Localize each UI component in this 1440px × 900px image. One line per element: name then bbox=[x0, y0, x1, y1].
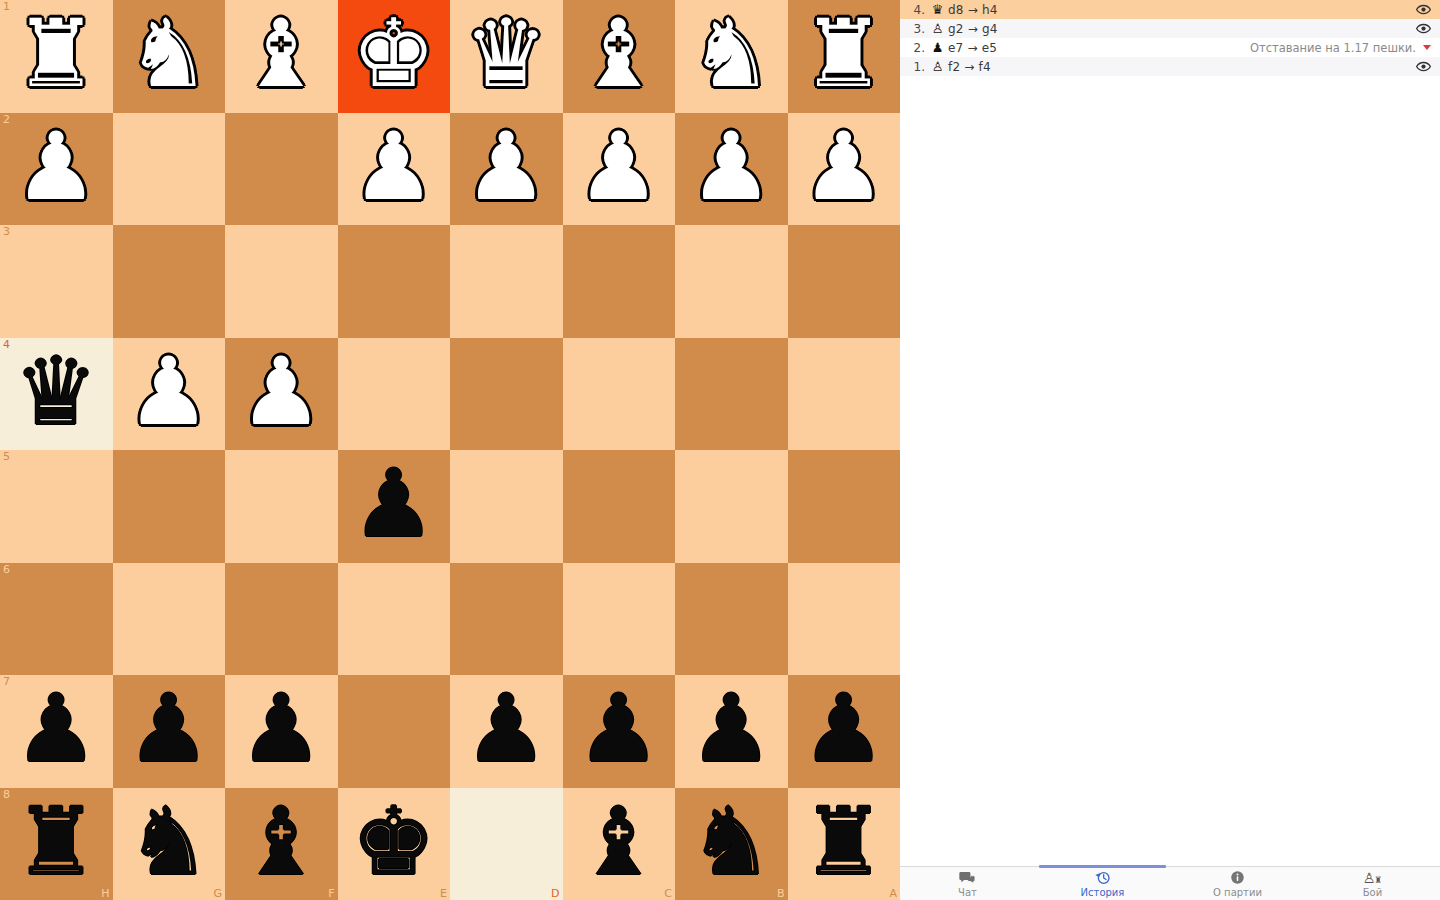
active-tab-indicator bbox=[1039, 865, 1166, 868]
piece-white-pawn[interactable]: ♟ bbox=[689, 120, 773, 214]
app-window: ♜1♞♝♚♛♝♞♜♟2♟♟♟♟♟3♛4♟♟5♟6♟7♟♟♟♟♟♟♜8H♞G♝F♚… bbox=[0, 0, 1440, 900]
square-b4[interactable] bbox=[675, 338, 788, 451]
tab-label: История bbox=[1081, 887, 1125, 898]
file-label: D bbox=[551, 888, 559, 900]
rank-label: 7 bbox=[3, 676, 10, 687]
square-f3[interactable] bbox=[225, 225, 338, 338]
square-a5[interactable] bbox=[788, 450, 901, 563]
move-text: f2 → f4 bbox=[948, 60, 991, 74]
square-a7[interactable]: ♟ bbox=[788, 675, 901, 788]
piece-black-pawn[interactable]: ♟ bbox=[352, 457, 436, 551]
square-h5[interactable]: 5 bbox=[0, 450, 113, 563]
piece-white-queen[interactable]: ♛ bbox=[464, 7, 548, 101]
square-a3[interactable] bbox=[788, 225, 901, 338]
square-h6[interactable]: 6 bbox=[0, 563, 113, 676]
piece-white-pawn[interactable]: ♟ bbox=[464, 120, 548, 214]
square-c4[interactable] bbox=[563, 338, 676, 451]
square-c1[interactable]: ♝ bbox=[563, 0, 676, 113]
eye-icon[interactable] bbox=[1416, 23, 1431, 34]
rank-label: 5 bbox=[3, 451, 10, 462]
tab-label: О партии bbox=[1213, 887, 1262, 898]
square-a2[interactable]: ♟ bbox=[788, 113, 901, 226]
square-b5[interactable] bbox=[675, 450, 788, 563]
dropdown-arrow-icon[interactable] bbox=[1423, 45, 1431, 50]
square-f4[interactable]: ♟ bbox=[225, 338, 338, 451]
tab-chat[interactable]: Чат bbox=[900, 867, 1035, 900]
square-h3[interactable]: 3 bbox=[0, 225, 113, 338]
battle-icon: ♙♜ bbox=[1363, 870, 1383, 886]
chat-icon bbox=[959, 870, 976, 886]
piece-white-pawn[interactable]: ♟ bbox=[352, 120, 436, 214]
square-e6[interactable] bbox=[338, 563, 451, 676]
move-number: 4. bbox=[908, 3, 925, 17]
piece-white-knight[interactable]: ♞ bbox=[689, 7, 773, 101]
history-icon bbox=[1095, 870, 1111, 886]
move-number: 2. bbox=[908, 41, 925, 55]
move-number: 1. bbox=[908, 60, 925, 74]
piece-white-rook[interactable]: ♜ bbox=[802, 7, 886, 101]
piece-black-bishop[interactable]: ♝ bbox=[239, 795, 323, 889]
piece-white-pawn[interactable]: ♟ bbox=[577, 120, 661, 214]
square-e2[interactable]: ♟ bbox=[338, 113, 451, 226]
square-d3[interactable] bbox=[450, 225, 563, 338]
square-d8[interactable]: D bbox=[450, 788, 563, 900]
piece-black-pawn[interactable]: ♟ bbox=[577, 682, 661, 776]
evaluation-note: Отставание на 1.17 пешки. bbox=[1250, 41, 1416, 55]
file-label: A bbox=[889, 888, 897, 900]
square-d5[interactable] bbox=[450, 450, 563, 563]
piece-white-rook[interactable]: ♜ bbox=[14, 7, 98, 101]
square-f1[interactable]: ♝ bbox=[225, 0, 338, 113]
square-e7[interactable] bbox=[338, 675, 451, 788]
move-number: 3. bbox=[908, 22, 925, 36]
rank-label: 6 bbox=[3, 564, 10, 575]
square-a8[interactable]: ♜A bbox=[788, 788, 901, 900]
piece-black-pawn[interactable]: ♟ bbox=[802, 682, 886, 776]
file-label: F bbox=[328, 888, 334, 900]
rank-label: 8 bbox=[3, 789, 10, 800]
square-e4[interactable] bbox=[338, 338, 451, 451]
rank-label: 2 bbox=[3, 114, 10, 125]
square-c5[interactable] bbox=[563, 450, 676, 563]
white-pawn-icon: ♙ bbox=[930, 21, 945, 36]
piece-white-pawn[interactable]: ♟ bbox=[802, 120, 886, 214]
piece-black-rook[interactable]: ♜ bbox=[802, 795, 886, 889]
piece-black-pawn[interactable]: ♟ bbox=[127, 682, 211, 776]
piece-black-king[interactable]: ♚ bbox=[352, 795, 436, 889]
square-h4[interactable]: ♛4 bbox=[0, 338, 113, 451]
piece-black-knight[interactable]: ♞ bbox=[689, 795, 773, 889]
square-h2[interactable]: ♟2 bbox=[0, 113, 113, 226]
square-b8[interactable]: ♞B bbox=[675, 788, 788, 900]
piece-black-bishop[interactable]: ♝ bbox=[577, 795, 661, 889]
square-f2[interactable] bbox=[225, 113, 338, 226]
rank-label: 1 bbox=[3, 1, 10, 12]
sidebar: 4.♛d8 → h43.♙g2 → g42.♟e7 → e5Отставание… bbox=[900, 0, 1440, 900]
tab-info[interactable]: О партии bbox=[1170, 867, 1305, 900]
move-text: g2 → g4 bbox=[948, 22, 998, 36]
move-row-2[interactable]: 2.♟e7 → e5Отставание на 1.17 пешки. bbox=[900, 38, 1440, 57]
square-d2[interactable]: ♟ bbox=[450, 113, 563, 226]
piece-black-pawn[interactable]: ♟ bbox=[689, 682, 773, 776]
eye-icon[interactable] bbox=[1416, 4, 1431, 15]
piece-white-knight[interactable]: ♞ bbox=[127, 7, 211, 101]
square-g3[interactable] bbox=[113, 225, 226, 338]
square-b6[interactable] bbox=[675, 563, 788, 676]
piece-black-pawn[interactable]: ♟ bbox=[14, 682, 98, 776]
eye-icon[interactable] bbox=[1416, 61, 1431, 72]
move-history-list: 4.♛d8 → h43.♙g2 → g42.♟e7 → e5Отставание… bbox=[900, 0, 1440, 866]
square-g1[interactable]: ♞ bbox=[113, 0, 226, 113]
square-a1[interactable]: ♜ bbox=[788, 0, 901, 113]
piece-white-pawn[interactable]: ♟ bbox=[14, 120, 98, 214]
square-c7[interactable]: ♟ bbox=[563, 675, 676, 788]
file-label: G bbox=[213, 888, 222, 900]
square-f6[interactable] bbox=[225, 563, 338, 676]
piece-white-pawn[interactable]: ♟ bbox=[239, 345, 323, 439]
move-row-1[interactable]: 1.♙f2 → f4 bbox=[900, 57, 1440, 76]
square-c2[interactable]: ♟ bbox=[563, 113, 676, 226]
piece-black-rook[interactable]: ♜ bbox=[14, 795, 98, 889]
square-c8[interactable]: ♝C bbox=[563, 788, 676, 900]
sidebar-tab-bar: ЧатИсторияО партии♙♜Бой bbox=[900, 866, 1440, 900]
square-h8[interactable]: ♜8H bbox=[0, 788, 113, 900]
square-d4[interactable] bbox=[450, 338, 563, 451]
move-row-3[interactable]: 3.♙g2 → g4 bbox=[900, 19, 1440, 38]
square-e5[interactable]: ♟ bbox=[338, 450, 451, 563]
square-c3[interactable] bbox=[563, 225, 676, 338]
black-pawn-icon: ♟ bbox=[930, 40, 945, 55]
square-h1[interactable]: ♜1 bbox=[0, 0, 113, 113]
square-b3[interactable] bbox=[675, 225, 788, 338]
file-label: C bbox=[664, 888, 672, 900]
square-b2[interactable]: ♟ bbox=[675, 113, 788, 226]
square-g5[interactable] bbox=[113, 450, 226, 563]
square-d1[interactable]: ♛ bbox=[450, 0, 563, 113]
square-b1[interactable]: ♞ bbox=[675, 0, 788, 113]
piece-black-pawn[interactable]: ♟ bbox=[464, 682, 548, 776]
square-a6[interactable] bbox=[788, 563, 901, 676]
piece-white-pawn[interactable]: ♟ bbox=[127, 345, 211, 439]
square-b7[interactable]: ♟ bbox=[675, 675, 788, 788]
square-e3[interactable] bbox=[338, 225, 451, 338]
piece-black-knight[interactable]: ♞ bbox=[127, 795, 211, 889]
piece-black-queen[interactable]: ♛ bbox=[14, 345, 98, 439]
tab-label: Бой bbox=[1363, 887, 1382, 898]
square-a4[interactable] bbox=[788, 338, 901, 451]
move-text: d8 → h4 bbox=[948, 3, 998, 17]
piece-white-bishop[interactable]: ♝ bbox=[239, 7, 323, 101]
rank-label: 3 bbox=[3, 226, 10, 237]
square-g7[interactable]: ♟ bbox=[113, 675, 226, 788]
square-e8[interactable]: ♚E bbox=[338, 788, 451, 900]
rank-label: 4 bbox=[3, 339, 10, 350]
white-pawn-icon: ♙ bbox=[930, 59, 945, 74]
piece-white-bishop[interactable]: ♝ bbox=[577, 7, 661, 101]
square-f8[interactable]: ♝F bbox=[225, 788, 338, 900]
piece-black-pawn[interactable]: ♟ bbox=[239, 682, 323, 776]
tab-label: Чат bbox=[958, 887, 977, 898]
square-g8[interactable]: ♞G bbox=[113, 788, 226, 900]
square-f7[interactable]: ♟ bbox=[225, 675, 338, 788]
square-g4[interactable]: ♟ bbox=[113, 338, 226, 451]
square-g6[interactable] bbox=[113, 563, 226, 676]
file-label: B bbox=[777, 888, 785, 900]
tab-battle[interactable]: ♙♜Бой bbox=[1305, 867, 1440, 900]
move-text: e7 → e5 bbox=[948, 41, 997, 55]
square-g2[interactable] bbox=[113, 113, 226, 226]
file-label: E bbox=[440, 888, 447, 900]
square-f5[interactable] bbox=[225, 450, 338, 563]
chess-board: ♜1♞♝♚♛♝♞♜♟2♟♟♟♟♟3♛4♟♟5♟6♟7♟♟♟♟♟♟♜8H♞G♝F♚… bbox=[0, 0, 900, 900]
info-icon bbox=[1230, 870, 1245, 886]
square-c6[interactable] bbox=[563, 563, 676, 676]
piece-white-king[interactable]: ♚ bbox=[352, 7, 436, 101]
square-h7[interactable]: ♟7 bbox=[0, 675, 113, 788]
square-d6[interactable] bbox=[450, 563, 563, 676]
square-d7[interactable]: ♟ bbox=[450, 675, 563, 788]
square-e1[interactable]: ♚ bbox=[338, 0, 451, 113]
move-row-4[interactable]: 4.♛d8 → h4 bbox=[900, 0, 1440, 19]
file-label: H bbox=[101, 888, 109, 900]
black-queen-icon: ♛ bbox=[930, 2, 945, 17]
tab-history[interactable]: История bbox=[1035, 867, 1170, 900]
